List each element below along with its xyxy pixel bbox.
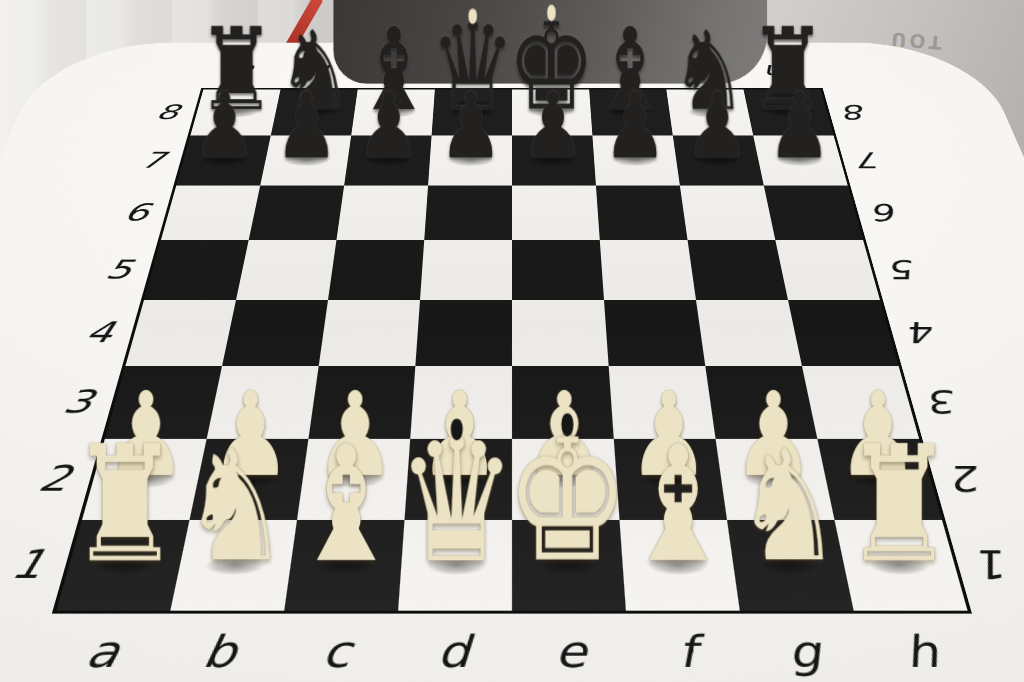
square-f6[interactable]	[596, 186, 688, 241]
square-b5[interactable]	[236, 240, 336, 300]
square-g8[interactable]	[666, 89, 753, 135]
rook-glyph: ♜	[843, 425, 955, 585]
finial-detail	[561, 413, 573, 436]
square-d6[interactable]	[424, 186, 512, 241]
square-e7[interactable]	[512, 135, 596, 185]
file-label-top-g: g	[662, 58, 743, 86]
file-label-top-e: e	[512, 58, 589, 86]
square-c6[interactable]	[336, 186, 428, 241]
queen-glyph: ♛	[396, 414, 517, 586]
square-b4[interactable]	[222, 300, 328, 366]
file-label-top-d: d	[435, 58, 512, 86]
square-a6[interactable]	[161, 186, 260, 241]
square-b8[interactable]	[271, 89, 358, 135]
knight-glyph: ♞	[182, 430, 290, 584]
finial-detail	[469, 8, 477, 24]
square-g4[interactable]	[696, 300, 802, 366]
square-h5[interactable]	[775, 240, 880, 300]
file-labels-top: abcdefgh	[204, 58, 819, 86]
square-f7[interactable]	[592, 135, 679, 185]
square-g5[interactable]	[688, 240, 788, 300]
square-h6[interactable]	[764, 186, 863, 241]
square-h4[interactable]	[788, 300, 899, 366]
square-a4[interactable]	[125, 300, 236, 366]
finial-detail	[547, 5, 555, 22]
square-d7[interactable]	[428, 135, 512, 185]
king-glyph: ♚	[505, 409, 630, 588]
square-e5[interactable]	[512, 240, 604, 300]
square-f4[interactable]	[604, 300, 705, 366]
square-h7[interactable]	[753, 135, 848, 185]
square-c5[interactable]	[328, 240, 424, 300]
file-label-top-c: c	[358, 58, 437, 86]
scene: abcdefgh abcdefgh 87654321 87654321 ♜♞♝♛…	[0, 0, 1024, 682]
square-e6[interactable]	[512, 186, 600, 241]
finial-detail	[451, 418, 462, 440]
square-b7[interactable]	[260, 135, 351, 185]
square-g6[interactable]	[680, 186, 775, 241]
square-a8[interactable]	[190, 89, 280, 135]
file-label-top-a: a	[204, 58, 287, 86]
square-d8[interactable]	[432, 89, 512, 135]
file-label-top-h: h	[737, 58, 820, 86]
square-d4[interactable]	[415, 300, 512, 366]
square-h8[interactable]	[743, 89, 833, 135]
square-e4[interactable]	[512, 300, 609, 366]
square-g7[interactable]	[673, 135, 764, 185]
rook-glyph: ♜	[69, 425, 181, 585]
bishop-glyph: ♝	[622, 425, 734, 585]
square-f8[interactable]	[589, 89, 673, 135]
square-d5[interactable]	[420, 240, 512, 300]
square-c7[interactable]	[344, 135, 431, 185]
square-c8[interactable]	[351, 89, 435, 135]
file-label-top-f: f	[587, 58, 666, 86]
square-e8[interactable]	[512, 89, 592, 135]
square-c4[interactable]	[319, 300, 420, 366]
knight-glyph: ♞	[735, 430, 843, 584]
square-f5[interactable]	[600, 240, 696, 300]
square-a5[interactable]	[144, 240, 249, 300]
bishop-glyph: ♝	[290, 425, 402, 585]
square-a7[interactable]	[176, 135, 271, 185]
square-b6[interactable]	[249, 186, 344, 241]
file-label-top-b: b	[281, 58, 362, 86]
